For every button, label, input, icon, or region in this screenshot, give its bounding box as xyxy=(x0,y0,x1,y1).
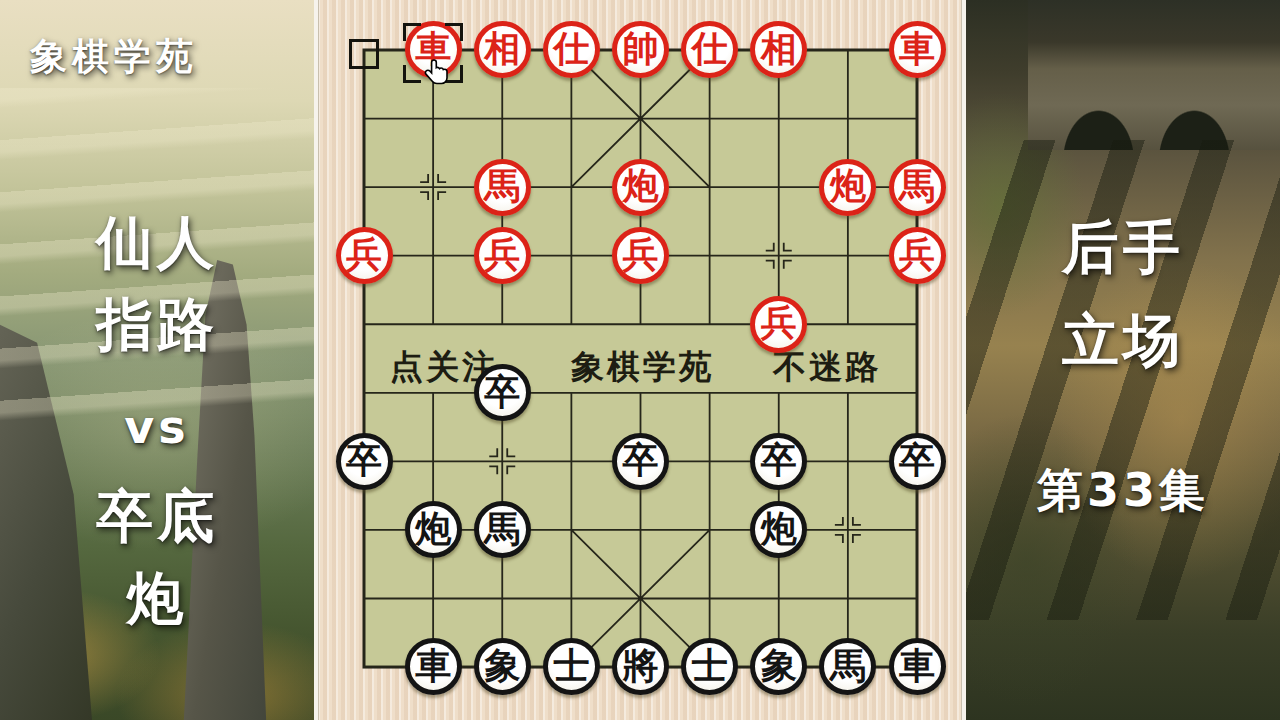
piece-red-cannon[interactable]: 炮 xyxy=(612,159,669,216)
piece-red-king[interactable]: 帥 xyxy=(612,21,669,78)
piece-black-king[interactable]: 將 xyxy=(612,638,669,695)
piece-red-chariot[interactable]: 車 xyxy=(889,21,946,78)
piece-black-cannon[interactable]: 炮 xyxy=(750,501,807,558)
episode-label: 第33集 xyxy=(966,460,1280,522)
piece-black-pawn[interactable]: 卒 xyxy=(750,433,807,490)
piece-red-elephant[interactable]: 相 xyxy=(750,21,807,78)
piece-red-elephant[interactable]: 相 xyxy=(474,21,531,78)
opening-title-line-2: 指路 xyxy=(0,287,314,364)
piece-red-pawn[interactable]: 兵 xyxy=(612,227,669,284)
piece-red-pawn[interactable]: 兵 xyxy=(750,296,807,353)
piece-black-horse[interactable]: 馬 xyxy=(474,501,531,558)
piece-red-cannon[interactable]: 炮 xyxy=(819,159,876,216)
piece-black-elephant[interactable]: 象 xyxy=(750,638,807,695)
channel-watermark: 象棋学苑 xyxy=(30,32,198,82)
piece-grid[interactable]: 車相仕帥仕相車馬炮炮馬兵兵兵兵兵卒卒卒卒卒炮馬炮車象士將士象馬車 xyxy=(329,16,951,701)
piece-red-pawn[interactable]: 兵 xyxy=(336,227,393,284)
piece-red-horse[interactable]: 馬 xyxy=(474,159,531,216)
piece-black-pawn[interactable]: 卒 xyxy=(474,364,531,421)
opening-title-line-4: 炮 xyxy=(0,561,314,638)
piece-black-advisor[interactable]: 士 xyxy=(681,638,738,695)
video-frame: 象棋学苑 仙人 指路 vs 卒底 炮 点关注 象棋学苑 不迷路 車相仕帥仕相車馬… xyxy=(0,0,1280,720)
piece-black-chariot[interactable]: 車 xyxy=(889,638,946,695)
piece-red-horse[interactable]: 馬 xyxy=(889,159,946,216)
piece-black-pawn[interactable]: 卒 xyxy=(889,433,946,490)
opening-title-vs: vs xyxy=(0,400,314,454)
piece-black-cannon[interactable]: 炮 xyxy=(405,501,462,558)
piece-red-advisor[interactable]: 仕 xyxy=(681,21,738,78)
piece-red-advisor[interactable]: 仕 xyxy=(543,21,600,78)
piece-black-elephant[interactable]: 象 xyxy=(474,638,531,695)
piece-black-advisor[interactable]: 士 xyxy=(543,638,600,695)
side-title-line-2: 立场 xyxy=(966,303,1280,380)
right-photo-panel: 后手 立场 第33集 xyxy=(966,0,1280,720)
piece-red-pawn[interactable]: 兵 xyxy=(474,227,531,284)
piece-black-pawn[interactable]: 卒 xyxy=(336,433,393,490)
hand-cursor-icon xyxy=(424,58,450,88)
piece-black-pawn[interactable]: 卒 xyxy=(612,433,669,490)
last-move-from-marker xyxy=(349,39,379,69)
opening-title-line-3: 卒底 xyxy=(0,479,314,556)
left-photo-panel: 象棋学苑 仙人 指路 vs 卒底 炮 xyxy=(0,0,314,720)
stone-bridge xyxy=(1028,0,1280,150)
piece-black-horse[interactable]: 馬 xyxy=(819,638,876,695)
side-title-line-1: 后手 xyxy=(966,210,1280,287)
piece-black-chariot[interactable]: 車 xyxy=(405,638,462,695)
opening-title-line-1: 仙人 xyxy=(0,205,314,282)
piece-red-pawn[interactable]: 兵 xyxy=(889,227,946,284)
